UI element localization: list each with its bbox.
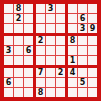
- cell-r7c8[interactable]: [78, 68, 87, 77]
- cell-r2c9[interactable]: [88, 14, 97, 23]
- cell-r9c4: 8: [36, 88, 45, 97]
- cell-r1c2: 8: [14, 4, 23, 13]
- cell-r6c2[interactable]: [14, 56, 23, 65]
- cell-r6c4[interactable]: [36, 56, 45, 65]
- cell-r2c3[interactable]: [24, 14, 33, 23]
- cell-r9c6[interactable]: [56, 88, 65, 97]
- box-1-2: 3: [36, 4, 65, 33]
- cell-r6c9[interactable]: [88, 56, 97, 65]
- cell-r4c8[interactable]: [78, 36, 87, 45]
- cell-r8c8: 5: [78, 78, 87, 87]
- cell-r8c5[interactable]: [46, 78, 55, 87]
- cell-r9c5[interactable]: [46, 88, 55, 97]
- cell-r2c7[interactable]: [68, 14, 77, 23]
- cell-r8c7[interactable]: [68, 78, 77, 87]
- cell-r6c6[interactable]: [56, 56, 65, 65]
- cell-r1c4[interactable]: [36, 4, 45, 13]
- cell-r3c2[interactable]: [14, 24, 23, 33]
- box-3-3: 45: [68, 68, 97, 97]
- cell-r9c7[interactable]: [68, 88, 77, 97]
- cell-r2c1[interactable]: [4, 14, 13, 23]
- cell-r6c8[interactable]: [78, 56, 87, 65]
- cell-r6c5[interactable]: [46, 56, 55, 65]
- cell-r3c6[interactable]: [56, 24, 65, 33]
- box-2-3: 81: [68, 36, 97, 65]
- cell-r1c9[interactable]: [88, 4, 97, 13]
- cell-r4c6[interactable]: [56, 36, 65, 45]
- cell-r9c9[interactable]: [88, 88, 97, 97]
- box-1-3: 639: [68, 4, 97, 33]
- cell-r4c9[interactable]: [88, 36, 97, 45]
- cell-r4c4: 2: [36, 36, 45, 45]
- cell-r5c7[interactable]: [68, 46, 77, 55]
- cell-r5c4[interactable]: [36, 46, 45, 55]
- cell-r6c1[interactable]: [4, 56, 13, 65]
- cell-r5c6[interactable]: [56, 46, 65, 55]
- cell-r7c7: 4: [68, 68, 77, 77]
- cell-r9c3[interactable]: [24, 88, 33, 97]
- box-3-1: 6: [4, 68, 33, 97]
- cell-r7c2[interactable]: [14, 68, 23, 77]
- cell-r2c4[interactable]: [36, 14, 45, 23]
- cell-r7c5[interactable]: [46, 68, 55, 77]
- box-3-2: 728: [36, 68, 65, 97]
- cell-r7c4: 7: [36, 68, 45, 77]
- cell-r4c5[interactable]: [46, 36, 55, 45]
- cell-r9c1[interactable]: [4, 88, 13, 97]
- cell-r2c2: 2: [14, 14, 23, 23]
- cell-r8c9[interactable]: [88, 78, 97, 87]
- cell-r2c5[interactable]: [46, 14, 55, 23]
- cell-r2c8: 6: [78, 14, 87, 23]
- cell-r3c1[interactable]: [4, 24, 13, 33]
- cell-r1c1[interactable]: [4, 4, 13, 13]
- box-2-1: 36: [4, 36, 33, 65]
- cell-r4c3[interactable]: [24, 36, 33, 45]
- cell-r5c5[interactable]: [46, 46, 55, 55]
- cell-r7c9[interactable]: [88, 68, 97, 77]
- cell-r5c8[interactable]: [78, 46, 87, 55]
- cell-r8c6[interactable]: [56, 78, 65, 87]
- sudoku-board: 82363936281672845: [0, 0, 101, 101]
- cell-r2c6[interactable]: [56, 14, 65, 23]
- cell-r7c3[interactable]: [24, 68, 33, 77]
- cell-r1c5: 3: [46, 4, 55, 13]
- cell-r3c7[interactable]: [68, 24, 77, 33]
- cell-r9c2[interactable]: [14, 88, 23, 97]
- box-1-1: 82: [4, 4, 33, 33]
- cell-r6c7: 1: [68, 56, 77, 65]
- cell-r5c1: 3: [4, 46, 13, 55]
- cell-r5c9[interactable]: [88, 46, 97, 55]
- cell-r3c3[interactable]: [24, 24, 33, 33]
- cell-r8c1: 6: [4, 78, 13, 87]
- cell-r8c2[interactable]: [14, 78, 23, 87]
- cell-r3c9: 9: [88, 24, 97, 33]
- cell-r5c3: 6: [24, 46, 33, 55]
- cell-r5c2[interactable]: [14, 46, 23, 55]
- cell-r1c6[interactable]: [56, 4, 65, 13]
- cell-r7c6: 2: [56, 68, 65, 77]
- cell-r4c7: 8: [68, 36, 77, 45]
- cell-r4c1[interactable]: [4, 36, 13, 45]
- cell-r3c5[interactable]: [46, 24, 55, 33]
- box-2-2: 2: [36, 36, 65, 65]
- cell-r3c8: 3: [78, 24, 87, 33]
- cell-r9c8[interactable]: [78, 88, 87, 97]
- cell-r8c3[interactable]: [24, 78, 33, 87]
- cell-r6c3[interactable]: [24, 56, 33, 65]
- cell-r7c1[interactable]: [4, 68, 13, 77]
- cell-r1c3[interactable]: [24, 4, 33, 13]
- cell-r1c7[interactable]: [68, 4, 77, 13]
- cell-r3c4[interactable]: [36, 24, 45, 33]
- cell-r4c2[interactable]: [14, 36, 23, 45]
- cell-r1c8[interactable]: [78, 4, 87, 13]
- cell-r8c4[interactable]: [36, 78, 45, 87]
